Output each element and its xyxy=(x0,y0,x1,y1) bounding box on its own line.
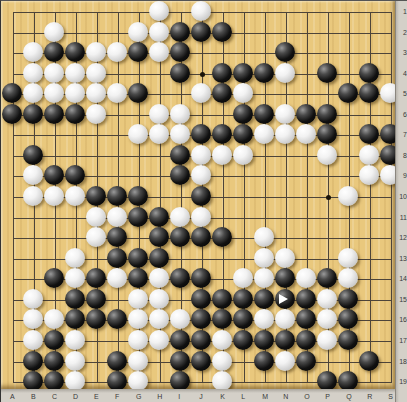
stone-black[interactable] xyxy=(212,22,232,42)
stone-white[interactable] xyxy=(44,22,64,42)
stone-black[interactable] xyxy=(107,309,127,329)
stone-black[interactable] xyxy=(233,309,253,329)
stone-white[interactable] xyxy=(44,63,64,83)
stone-black[interactable] xyxy=(359,351,379,371)
stone-white[interactable] xyxy=(65,248,85,268)
row-label: 4 xyxy=(403,70,407,77)
stone-black[interactable] xyxy=(65,309,85,329)
stone-black[interactable] xyxy=(149,227,169,247)
stone-white[interactable] xyxy=(65,330,85,350)
stone-black[interactable] xyxy=(233,330,253,350)
stone-white[interactable] xyxy=(212,145,232,165)
stone-white[interactable] xyxy=(233,268,253,288)
stone-black[interactable] xyxy=(170,63,190,83)
row-coordinate-panel: 12345678910111213141516171819 xyxy=(395,1,407,402)
column-label: C xyxy=(52,393,57,400)
stone-black[interactable] xyxy=(170,268,190,288)
stone-white[interactable] xyxy=(212,330,232,350)
stone-white[interactable] xyxy=(233,145,253,165)
stone-black[interactable] xyxy=(128,42,148,62)
stone-white[interactable] xyxy=(191,207,211,227)
stone-black[interactable] xyxy=(2,83,22,103)
stone-black[interactable] xyxy=(65,165,85,185)
row-label: 17 xyxy=(399,337,407,344)
stone-black[interactable] xyxy=(275,330,295,350)
stone-black[interactable] xyxy=(359,63,379,83)
stone-black[interactable] xyxy=(296,289,316,309)
stone-white[interactable] xyxy=(23,63,43,83)
stone-black[interactable] xyxy=(212,124,232,144)
row-label: 15 xyxy=(399,296,407,303)
stone-black[interactable] xyxy=(23,104,43,124)
stone-black[interactable] xyxy=(44,268,64,288)
column-label: D xyxy=(73,393,78,400)
stone-black[interactable] xyxy=(128,83,148,103)
stone-white[interactable] xyxy=(86,42,106,62)
stone-black[interactable] xyxy=(359,124,379,144)
column-label: M xyxy=(262,393,268,400)
star-point xyxy=(200,72,205,77)
stone-white[interactable] xyxy=(338,248,358,268)
column-label: N xyxy=(283,393,288,400)
stone-black[interactable] xyxy=(296,351,316,371)
stone-black[interactable] xyxy=(107,186,127,206)
stone-white[interactable] xyxy=(44,186,64,206)
stone-black[interactable] xyxy=(275,42,295,62)
stone-black[interactable] xyxy=(254,289,274,309)
stone-white[interactable] xyxy=(254,248,274,268)
stone-black[interactable] xyxy=(254,104,274,124)
stone-black[interactable] xyxy=(233,124,253,144)
stone-black[interactable] xyxy=(191,268,211,288)
stone-white[interactable] xyxy=(149,289,169,309)
stone-black[interactable] xyxy=(212,309,232,329)
stone-white[interactable] xyxy=(275,248,295,268)
stone-white[interactable] xyxy=(107,83,127,103)
stone-black[interactable] xyxy=(2,104,22,124)
stone-black[interactable] xyxy=(86,268,106,288)
stone-black[interactable] xyxy=(191,351,211,371)
column-label: R xyxy=(367,393,372,400)
stone-white[interactable] xyxy=(149,1,169,21)
stone-white[interactable] xyxy=(212,351,232,371)
stone-black[interactable] xyxy=(23,351,43,371)
row-label: 3 xyxy=(403,49,407,56)
column-label: E xyxy=(94,393,99,400)
stone-black[interactable] xyxy=(296,104,316,124)
stone-white[interactable] xyxy=(170,207,190,227)
column-label: G xyxy=(136,393,141,400)
stone-white[interactable] xyxy=(65,63,85,83)
stone-black[interactable] xyxy=(44,42,64,62)
row-label: 14 xyxy=(399,275,407,282)
stone-white[interactable] xyxy=(233,83,253,103)
stone-black[interactable] xyxy=(317,63,337,83)
stone-white[interactable] xyxy=(107,268,127,288)
star-point xyxy=(326,195,331,200)
stone-black[interactable] xyxy=(170,351,190,371)
stone-black[interactable] xyxy=(44,330,64,350)
stone-white[interactable] xyxy=(296,124,316,144)
row-label: 12 xyxy=(399,234,407,241)
stone-black[interactable] xyxy=(212,83,232,103)
column-label: F xyxy=(115,393,119,400)
column-label: L xyxy=(241,393,245,400)
stone-black[interactable] xyxy=(317,104,337,124)
stone-white[interactable] xyxy=(191,83,211,103)
stone-white[interactable] xyxy=(65,351,85,371)
row-label: 5 xyxy=(403,90,407,97)
stone-black[interactable] xyxy=(23,145,43,165)
stone-white[interactable] xyxy=(275,63,295,83)
row-label: 10 xyxy=(399,193,407,200)
stone-black[interactable] xyxy=(191,22,211,42)
stone-black[interactable] xyxy=(191,227,211,247)
row-label: 7 xyxy=(403,131,407,138)
row-label: 16 xyxy=(399,316,407,323)
stone-white[interactable] xyxy=(296,268,316,288)
stone-black[interactable] xyxy=(275,289,295,309)
stone-white[interactable] xyxy=(65,83,85,103)
stone-black[interactable] xyxy=(296,330,316,350)
stone-white[interactable] xyxy=(23,330,43,350)
stone-black[interactable] xyxy=(275,268,295,288)
column-label: B xyxy=(31,393,36,400)
stone-black[interactable] xyxy=(107,227,127,247)
row-label: 8 xyxy=(403,152,407,159)
last-move-triangle-icon xyxy=(279,294,288,304)
stone-white[interactable] xyxy=(86,104,106,124)
column-label: Q xyxy=(346,393,351,400)
stone-black[interactable] xyxy=(191,309,211,329)
row-label: 13 xyxy=(399,255,407,262)
column-label: K xyxy=(220,393,225,400)
column-label: S xyxy=(388,393,393,400)
stone-white[interactable] xyxy=(86,227,106,247)
stone-black[interactable] xyxy=(191,186,211,206)
stone-black[interactable] xyxy=(338,289,358,309)
stone-black[interactable] xyxy=(212,63,232,83)
stone-white[interactable] xyxy=(191,1,211,21)
stone-black[interactable] xyxy=(170,165,190,185)
stone-black[interactable] xyxy=(338,83,358,103)
stone-white[interactable] xyxy=(23,42,43,62)
stone-black[interactable] xyxy=(359,83,379,103)
stone-black[interactable] xyxy=(170,227,190,247)
stone-black[interactable] xyxy=(128,207,148,227)
row-label: 6 xyxy=(403,111,407,118)
stone-white[interactable] xyxy=(149,22,169,42)
stone-white[interactable] xyxy=(128,351,148,371)
stone-white[interactable] xyxy=(149,104,169,124)
stone-black[interactable] xyxy=(254,330,274,350)
row-label: 1 xyxy=(403,8,407,15)
stone-black[interactable] xyxy=(149,207,169,227)
column-coordinate-panel: ABCDEFGHIJKLMNOPQRS xyxy=(1,389,395,402)
stone-black[interactable] xyxy=(170,22,190,42)
stone-white[interactable] xyxy=(254,268,274,288)
stone-white[interactable] xyxy=(359,145,379,165)
stone-white[interactable] xyxy=(65,268,85,288)
row-label: 11 xyxy=(400,214,407,221)
stone-black[interactable] xyxy=(296,309,316,329)
stone-white[interactable] xyxy=(254,227,274,247)
stone-white[interactable] xyxy=(338,268,358,288)
stone-white[interactable] xyxy=(44,309,64,329)
stone-white[interactable] xyxy=(317,330,337,350)
stone-white[interactable] xyxy=(275,309,295,329)
stone-white[interactable] xyxy=(128,124,148,144)
stone-white[interactable] xyxy=(149,42,169,62)
stone-white[interactable] xyxy=(23,165,43,185)
stone-black[interactable] xyxy=(191,124,211,144)
stone-white[interactable] xyxy=(170,124,190,144)
stone-white[interactable] xyxy=(107,42,127,62)
stone-black[interactable] xyxy=(44,104,64,124)
stone-black[interactable] xyxy=(107,351,127,371)
stone-white[interactable] xyxy=(128,22,148,42)
stone-white[interactable] xyxy=(149,330,169,350)
stone-white[interactable] xyxy=(128,289,148,309)
stone-black[interactable] xyxy=(65,104,85,124)
stone-white[interactable] xyxy=(23,309,43,329)
stone-black[interactable] xyxy=(44,351,64,371)
stone-white[interactable] xyxy=(317,309,337,329)
stone-white[interactable] xyxy=(149,309,169,329)
stone-white[interactable] xyxy=(23,83,43,103)
stone-black[interactable] xyxy=(317,124,337,144)
stone-black[interactable] xyxy=(170,42,190,62)
row-label: 18 xyxy=(399,358,407,365)
row-label: 2 xyxy=(403,29,407,36)
stone-white[interactable] xyxy=(65,186,85,206)
stone-black[interactable] xyxy=(233,104,253,124)
stone-black[interactable] xyxy=(233,63,253,83)
column-label: O xyxy=(304,393,309,400)
column-label: P xyxy=(325,393,330,400)
stone-white[interactable] xyxy=(86,207,106,227)
stone-white[interactable] xyxy=(191,165,211,185)
stone-white[interactable] xyxy=(275,124,295,144)
stone-white[interactable] xyxy=(23,186,43,206)
stone-black[interactable] xyxy=(65,289,85,309)
stone-white[interactable] xyxy=(317,289,337,309)
stone-black[interactable] xyxy=(212,289,232,309)
stone-white[interactable] xyxy=(275,351,295,371)
stone-black[interactable] xyxy=(170,330,190,350)
column-label: I xyxy=(178,393,180,400)
stone-black[interactable] xyxy=(107,248,127,268)
stone-black[interactable] xyxy=(233,289,253,309)
stone-white[interactable] xyxy=(149,268,169,288)
stone-black[interactable] xyxy=(44,165,64,185)
stone-black[interactable] xyxy=(86,309,106,329)
stone-black[interactable] xyxy=(149,248,169,268)
stone-black[interactable] xyxy=(86,289,106,309)
stone-white[interactable] xyxy=(359,165,379,185)
stone-white[interactable] xyxy=(23,289,43,309)
stone-black[interactable] xyxy=(254,351,274,371)
column-label: J xyxy=(199,393,203,400)
stone-white[interactable] xyxy=(86,63,106,83)
stone-white[interactable] xyxy=(128,330,148,350)
stone-white[interactable] xyxy=(191,145,211,165)
stone-white[interactable] xyxy=(338,186,358,206)
stone-black[interactable] xyxy=(128,248,148,268)
stone-black[interactable] xyxy=(128,186,148,206)
stone-black[interactable] xyxy=(338,330,358,350)
stone-white[interactable] xyxy=(275,104,295,124)
stone-white[interactable] xyxy=(44,83,64,103)
stone-black[interactable] xyxy=(65,42,85,62)
stone-black[interactable] xyxy=(191,289,211,309)
stone-black[interactable] xyxy=(128,268,148,288)
stone-white[interactable] xyxy=(107,207,127,227)
stone-black[interactable] xyxy=(212,227,232,247)
stone-black[interactable] xyxy=(254,63,274,83)
stone-white[interactable] xyxy=(254,309,274,329)
stone-white[interactable] xyxy=(128,309,148,329)
stone-black[interactable] xyxy=(191,330,211,350)
stone-black[interactable] xyxy=(317,268,337,288)
go-board[interactable] xyxy=(1,1,395,389)
go-client-window: 12345678910111213141516171819 ABCDEFGHIJ… xyxy=(0,0,407,402)
row-label: 9 xyxy=(403,172,407,179)
column-label: H xyxy=(157,393,162,400)
stone-white[interactable] xyxy=(86,83,106,103)
stone-black[interactable] xyxy=(170,145,190,165)
stone-white[interactable] xyxy=(149,124,169,144)
stone-white[interactable] xyxy=(254,124,274,144)
stone-white[interactable] xyxy=(170,309,190,329)
column-label: A xyxy=(10,393,15,400)
stone-black[interactable] xyxy=(86,186,106,206)
stone-white[interactable] xyxy=(317,145,337,165)
stone-white[interactable] xyxy=(170,104,190,124)
row-label: 19 xyxy=(399,378,407,385)
stone-black[interactable] xyxy=(338,309,358,329)
